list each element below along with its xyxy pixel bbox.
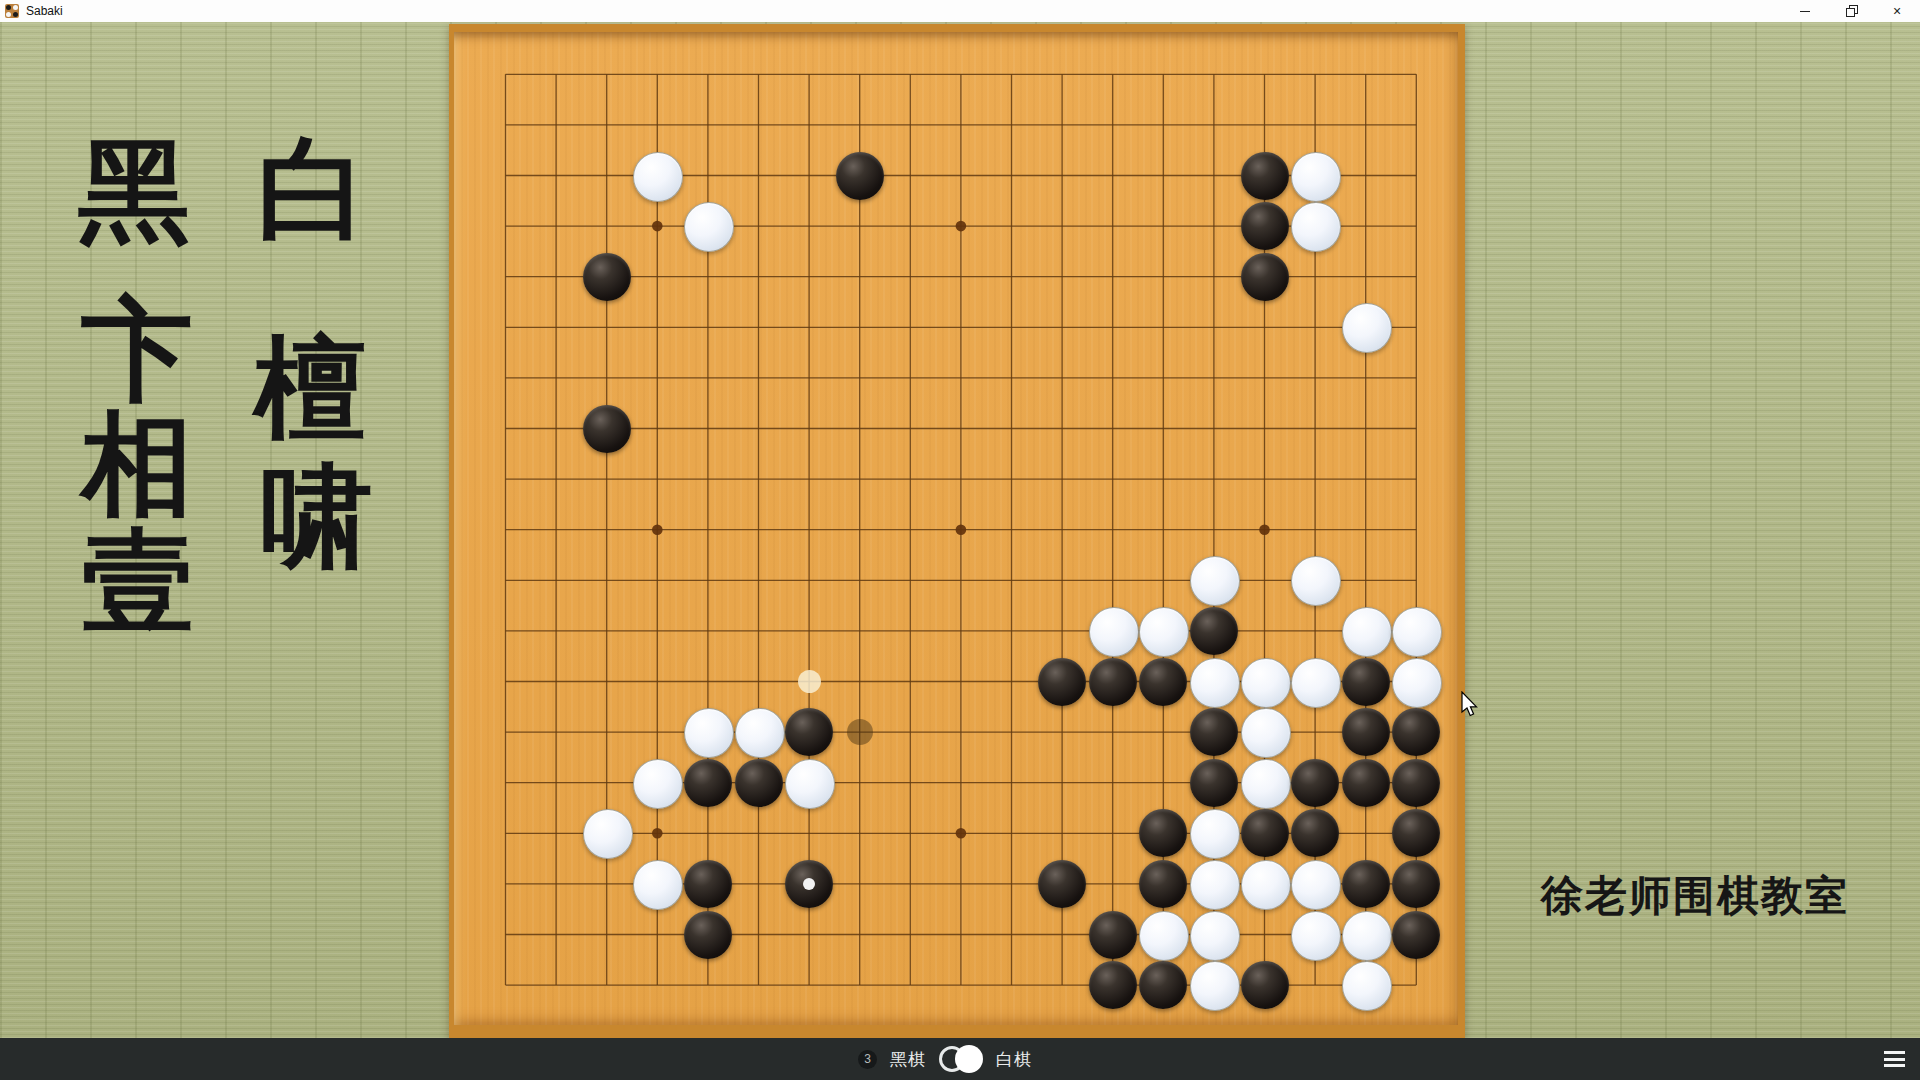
stone-black-P8	[1190, 607, 1238, 655]
stone-black-R5	[1291, 759, 1339, 807]
stone-black-F5	[735, 759, 783, 807]
black-player-char-1: 卞	[81, 295, 193, 407]
restore-button[interactable]	[1828, 0, 1874, 22]
stone-black-E3	[684, 860, 732, 908]
stone-black-S7	[1342, 658, 1390, 706]
ghost-stone-white-G7	[798, 670, 821, 693]
window-title: Sabaki	[26, 4, 63, 18]
stone-black-M7	[1038, 658, 1086, 706]
stone-white-R17	[1291, 152, 1341, 202]
stone-white-R2	[1291, 911, 1341, 961]
stone-white-S14	[1342, 303, 1392, 353]
stone-white-P2	[1190, 911, 1240, 961]
stone-black-Q4	[1241, 809, 1289, 857]
ghost-stone-black-H6	[847, 719, 873, 745]
stone-white-P7	[1190, 658, 1240, 708]
stone-black-Q15	[1241, 253, 1289, 301]
stone-black-S3	[1342, 860, 1390, 908]
last-move-marker	[803, 878, 815, 890]
stone-black-S6	[1342, 708, 1390, 756]
stone-white-O8	[1139, 607, 1189, 657]
stone-black-T6	[1392, 708, 1440, 756]
minimize-button[interactable]	[1782, 0, 1828, 22]
stone-white-Q5	[1241, 759, 1291, 809]
stone-black-P5	[1190, 759, 1238, 807]
white-turn-label: 白棋	[996, 1048, 1032, 1071]
stone-black-H17	[836, 152, 884, 200]
stone-black-N2	[1089, 911, 1137, 959]
stone-black-O7	[1139, 658, 1187, 706]
stone-white-F6	[735, 708, 785, 758]
stone-black-Q16	[1241, 202, 1289, 250]
stone-black-Q1	[1241, 961, 1289, 1009]
hamburger-menu-icon[interactable]	[1884, 1051, 1905, 1067]
black-turn-label: 黑棋	[890, 1048, 926, 1071]
stone-black-O3	[1139, 860, 1187, 908]
stone-black-P6	[1190, 708, 1238, 756]
white-player-char-2: 啸	[261, 461, 373, 573]
stone-black-O1	[1139, 961, 1187, 1009]
stone-white-D3	[633, 860, 683, 910]
stone-white-O2	[1139, 911, 1189, 961]
stone-black-E5	[684, 759, 732, 807]
stone-white-N8	[1089, 607, 1139, 657]
stone-white-R16	[1291, 202, 1341, 252]
stone-black-T3	[1392, 860, 1440, 908]
stone-black-N1	[1089, 961, 1137, 1009]
background-tatami: 黑 卞 相 壹 白 檀 啸 徐老师围棋教室	[0, 22, 1920, 1038]
stone-white-Q6	[1241, 708, 1291, 758]
titlebar: Sabaki ×	[0, 0, 1920, 22]
stone-white-S8	[1342, 607, 1392, 657]
stone-white-R3	[1291, 860, 1341, 910]
stone-black-E2	[684, 911, 732, 959]
stone-black-T5	[1392, 759, 1440, 807]
minimize-icon	[1800, 11, 1810, 12]
close-icon: ×	[1893, 4, 1901, 18]
stone-black-C15	[583, 253, 631, 301]
stone-black-R4	[1291, 809, 1339, 857]
stone-black-Q17	[1241, 152, 1289, 200]
stones-layer	[449, 24, 1465, 1038]
stone-white-E6	[684, 708, 734, 758]
stone-black-C12	[583, 405, 631, 453]
stone-white-D17	[633, 152, 683, 202]
sabaki-logo-icon	[5, 4, 19, 18]
stone-white-T8	[1392, 607, 1442, 657]
stone-white-R7	[1291, 658, 1341, 708]
stone-white-P4	[1190, 809, 1240, 859]
stone-white-R9	[1291, 556, 1341, 606]
stone-white-T7	[1392, 658, 1442, 708]
app-window: Sabaki × 黑 卞 相 壹 白 檀 啸 徐老师围棋教室 3 黑棋	[0, 0, 1920, 1080]
black-player-char-2: 相	[81, 409, 193, 521]
stone-white-P3	[1190, 860, 1240, 910]
stone-black-G6	[785, 708, 833, 756]
mouse-cursor	[1461, 691, 1481, 719]
close-button[interactable]: ×	[1874, 0, 1920, 22]
bottom-toolbar: 3 黑棋 白棋	[0, 1038, 1920, 1080]
stone-white-Q3	[1241, 860, 1291, 910]
stone-white-D5	[633, 759, 683, 809]
turn-indicator-group: 3 黑棋 白棋	[858, 1038, 1032, 1080]
restore-icon	[1847, 7, 1855, 15]
go-board[interactable]	[449, 24, 1465, 1038]
watermark-text: 徐老师围棋教室	[1541, 875, 1849, 917]
stone-white-P1	[1190, 961, 1240, 1011]
white-stone-toggle-icon	[955, 1045, 983, 1073]
stone-white-P9	[1190, 556, 1240, 606]
stone-black-G3	[785, 860, 833, 908]
black-label-char: 黑	[78, 136, 190, 248]
titlebar-left: Sabaki	[0, 4, 63, 18]
stone-black-M3	[1038, 860, 1086, 908]
stone-black-O4	[1139, 809, 1187, 857]
stone-black-T2	[1392, 911, 1440, 959]
turn-toggle[interactable]	[939, 1045, 983, 1073]
white-label-char: 白	[257, 134, 369, 246]
black-player-char-3: 壹	[82, 526, 194, 638]
stone-black-T4	[1392, 809, 1440, 857]
stone-black-N7	[1089, 658, 1137, 706]
stone-black-S5	[1342, 759, 1390, 807]
white-player-char-1: 檀	[254, 333, 366, 445]
window-controls: ×	[1782, 0, 1920, 22]
move-count-badge: 3	[858, 1050, 877, 1069]
stone-white-S2	[1342, 911, 1392, 961]
stone-white-S1	[1342, 961, 1392, 1011]
stone-white-C4	[583, 809, 633, 859]
stone-white-E16	[684, 202, 734, 252]
stone-white-Q7	[1241, 658, 1291, 708]
stone-white-G5	[785, 759, 835, 809]
